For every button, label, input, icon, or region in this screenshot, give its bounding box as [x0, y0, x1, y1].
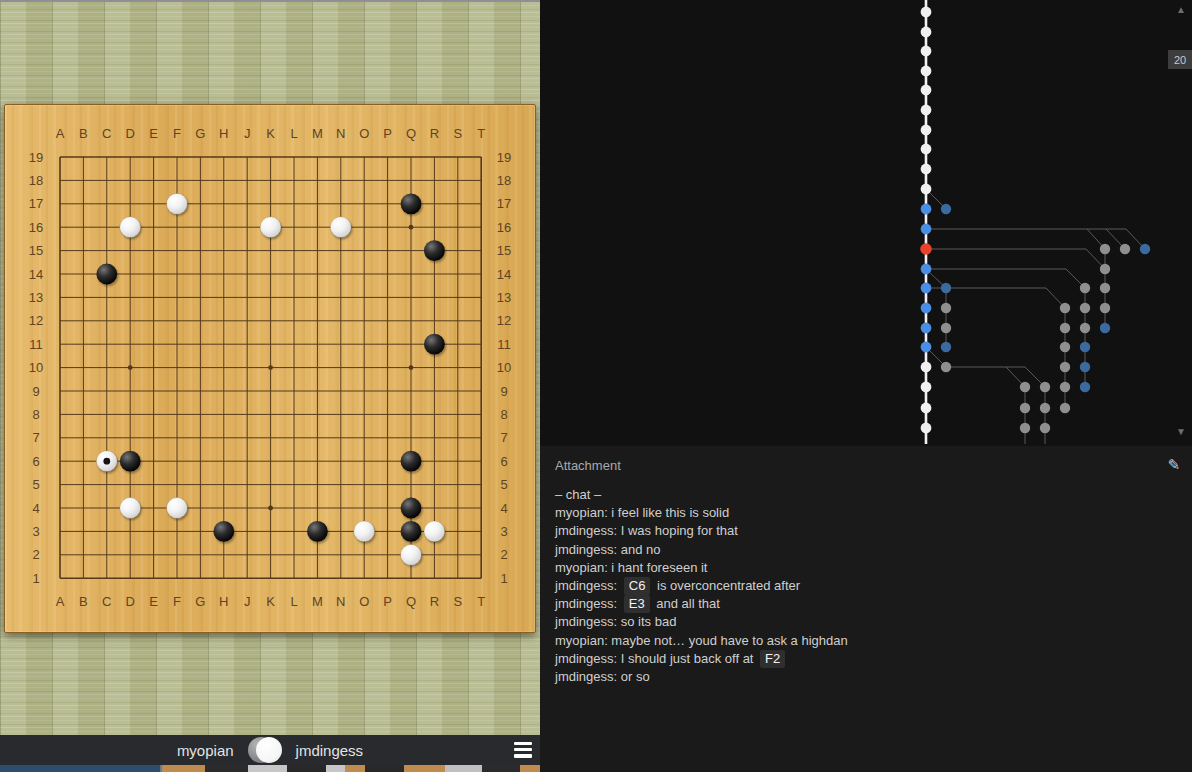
- tree-node-main[interactable]: [921, 224, 932, 235]
- coord-label: 17: [29, 196, 43, 211]
- coord-label: 17: [497, 196, 511, 211]
- coord-label: J: [244, 594, 251, 609]
- stone-black-c14: [96, 264, 117, 285]
- menu-bar: [514, 748, 532, 751]
- tree-node-variation[interactable]: [1020, 423, 1030, 433]
- chat-text: and all that: [653, 596, 720, 611]
- go-review-app: AABBCCDDEEFFGGHHJJKKLLMMNNOOPPQQRRSSTT19…: [0, 0, 1192, 772]
- chat-text: jmdingess: so its bad: [555, 614, 676, 629]
- tree-node-variation[interactable]: [1100, 244, 1110, 254]
- coord-label: 2: [32, 547, 39, 562]
- menu-bar: [514, 742, 532, 745]
- tree-node-variation[interactable]: [1040, 423, 1050, 433]
- tree-node-main[interactable]: [921, 403, 932, 414]
- star-point: [409, 225, 414, 230]
- coord-label: 8: [32, 407, 39, 422]
- tree-node-main[interactable]: [921, 144, 932, 155]
- tree-node-main[interactable]: [921, 362, 932, 373]
- chat-text: jmdingess: I was hoping for that: [555, 523, 738, 538]
- coord-label: 11: [497, 337, 511, 352]
- coord-label: 6: [500, 454, 507, 469]
- tree-node-variation[interactable]: [941, 303, 951, 313]
- chat-message: jmdingess: so its bad: [555, 613, 1182, 631]
- stone-white-r3: [424, 521, 445, 542]
- coord-label: 1: [32, 571, 39, 586]
- coord-label: 6: [32, 454, 39, 469]
- coord-label: J: [244, 126, 251, 141]
- stone-black-q17: [401, 193, 422, 214]
- coord-label: M: [312, 126, 323, 141]
- coord-label: R: [430, 126, 439, 141]
- star-point: [409, 365, 414, 370]
- coord-label: 14: [29, 267, 43, 282]
- tree-node-main[interactable]: [921, 7, 932, 18]
- attachment-header: Attachment ✎: [555, 456, 1180, 474]
- stone-black-d6: [120, 451, 141, 472]
- coord-label: G: [195, 126, 205, 141]
- coord-label: 13: [497, 290, 511, 305]
- tree-node-main[interactable]: [921, 164, 932, 175]
- chat-message: jmdingess: and no: [555, 541, 1182, 559]
- stone-black-q6: [401, 451, 422, 472]
- coord-label: 19: [29, 150, 43, 165]
- white-stone-icon: [256, 737, 282, 763]
- coord-label: 10: [497, 360, 511, 375]
- coord-link[interactable]: F2: [760, 650, 785, 668]
- tree-node-main[interactable]: [921, 46, 932, 57]
- tree-node-main[interactable]: [921, 323, 932, 334]
- coord-label: C: [102, 126, 111, 141]
- chat-text: jmdingess: or so: [555, 669, 650, 684]
- chat-divider: – chat –: [555, 486, 1182, 504]
- chat-message: jmdingess: I should just back off at F2: [555, 650, 1182, 668]
- stone-black-q3: [401, 521, 422, 542]
- coord-label: K: [266, 594, 275, 609]
- chat-panel: Attachment ✎ – chat –myopian: i feel lik…: [540, 446, 1192, 772]
- coord-label: A: [56, 594, 65, 609]
- stone-black-q4: [401, 498, 422, 519]
- coord-label: H: [219, 126, 228, 141]
- tree-node-variation[interactable]: [1060, 362, 1070, 372]
- tree-node-main[interactable]: [921, 27, 932, 38]
- menu-icon[interactable]: [514, 742, 532, 758]
- coord-label: 9: [500, 384, 507, 399]
- tree-node-variation[interactable]: [941, 283, 951, 293]
- tree-node-variation[interactable]: [941, 204, 951, 214]
- background-shelf-strip: [0, 765, 540, 772]
- tree-node-main[interactable]: [921, 342, 932, 353]
- coord-label: H: [219, 594, 228, 609]
- chat-message: jmdingess: I was hoping for that: [555, 522, 1182, 540]
- coord-label: 1: [500, 571, 507, 586]
- stone-white-d16: [120, 217, 141, 238]
- chat-message: jmdingess: or so: [555, 668, 1182, 686]
- stone-black-h3: [213, 521, 234, 542]
- stone-black-m3: [307, 521, 328, 542]
- attachment-title: Attachment: [555, 458, 621, 473]
- coord-label: R: [430, 594, 439, 609]
- coord-label: 13: [29, 290, 43, 305]
- coord-label: 9: [32, 384, 39, 399]
- coord-label: T: [477, 594, 485, 609]
- last-move-marker: [103, 458, 110, 465]
- tree-node-variation[interactable]: [1060, 342, 1070, 352]
- star-point: [128, 365, 133, 370]
- coord-label: 7: [500, 430, 507, 445]
- coord-link[interactable]: E3: [624, 595, 650, 613]
- coord-label: N: [336, 594, 345, 609]
- stone-white-d4: [120, 498, 141, 519]
- coord-label: M: [312, 594, 323, 609]
- tree-node-main[interactable]: [921, 264, 932, 275]
- coord-link[interactable]: C6: [624, 577, 651, 595]
- tree-node-variation[interactable]: [1060, 303, 1070, 313]
- tree-node-main[interactable]: [921, 204, 932, 215]
- coord-label: 7: [32, 430, 39, 445]
- tree-node-variation[interactable]: [1080, 283, 1090, 293]
- coord-label: 15: [497, 243, 511, 258]
- tree-node-variation[interactable]: [941, 362, 951, 372]
- coord-label: F: [173, 126, 181, 141]
- chat-message: myopian: maybe not… youd have to ask a h…: [555, 632, 1182, 650]
- coord-label: P: [383, 126, 392, 141]
- stone-white-o3: [354, 521, 375, 542]
- tree-node-variation[interactable]: [1040, 403, 1050, 413]
- menu-bar: [514, 754, 532, 757]
- coord-label: 19: [497, 150, 511, 165]
- coord-label: L: [290, 126, 297, 141]
- coord-label: 8: [500, 407, 507, 422]
- tree-node-variation[interactable]: [1080, 323, 1090, 333]
- chat-text: jmdingess: I should just back off at: [555, 651, 757, 666]
- chat-text: myopian: i feel like this is solid: [555, 505, 729, 520]
- top-strip: [0, 0, 540, 2]
- coord-label: D: [126, 594, 135, 609]
- chat-text: jmdingess:: [555, 578, 621, 593]
- chat-text: jmdingess: and no: [555, 542, 661, 557]
- tree-node-variation[interactable]: [1100, 264, 1110, 274]
- coord-label: 5: [500, 477, 507, 492]
- coord-label: B: [79, 126, 88, 141]
- coord-label: F: [173, 594, 181, 609]
- tree-node-variation[interactable]: [1020, 382, 1030, 392]
- coord-label: 10: [29, 360, 43, 375]
- stone-white-f4: [167, 498, 188, 519]
- edit-pencil-icon[interactable]: ✎: [1167, 456, 1180, 474]
- chat-text: is overconcentrated after: [653, 578, 800, 593]
- tree-node-variation[interactable]: [941, 323, 951, 333]
- stone-white-k16: [260, 217, 281, 238]
- tree-node-variation[interactable]: [941, 342, 951, 352]
- chat-message: jmdingess: E3 and all that: [555, 595, 1182, 613]
- coord-label: B: [79, 594, 88, 609]
- coord-label: 16: [497, 220, 511, 235]
- tree-node-variation[interactable]: [1060, 403, 1070, 413]
- tree-node-variation[interactable]: [1080, 303, 1090, 313]
- coord-label: 3: [32, 524, 39, 539]
- tree-node-variation[interactable]: [1080, 382, 1090, 392]
- tree-node-main[interactable]: [921, 283, 932, 294]
- tree-node-main[interactable]: [921, 85, 932, 96]
- star-point: [268, 365, 273, 370]
- coord-label: 12: [29, 313, 43, 328]
- coord-label: A: [56, 126, 65, 141]
- coord-label: 15: [29, 243, 43, 258]
- chat-text: jmdingess:: [555, 596, 621, 611]
- tree-node-variation[interactable]: [1120, 244, 1130, 254]
- tree-node-variation[interactable]: [1020, 403, 1030, 413]
- tree-node-variation[interactable]: [1140, 244, 1150, 254]
- tree-node-variation[interactable]: [1100, 303, 1110, 313]
- coord-label: 18: [497, 173, 511, 188]
- tree-node-main[interactable]: [921, 105, 932, 116]
- move-tree-svg: [540, 0, 1192, 446]
- coord-label: 18: [29, 173, 43, 188]
- side-panel: ▲ 20 ▼ Attachment ✎ – chat –myopian: i f…: [540, 0, 1192, 772]
- coord-label: S: [453, 126, 462, 141]
- coord-label: E: [149, 126, 158, 141]
- goban-panel: AABBCCDDEEFFGGHHJJKKLLMMNNOOPPQQRRSSTT19…: [0, 0, 540, 772]
- coord-label: 4: [32, 501, 39, 516]
- star-point: [268, 506, 273, 511]
- tree-node-variation[interactable]: [1080, 362, 1090, 372]
- coord-label: 2: [500, 547, 507, 562]
- coord-label: Q: [406, 594, 416, 609]
- player-bar: myopian jmdingess: [0, 735, 540, 765]
- coord-label: D: [126, 126, 135, 141]
- tree-node-main[interactable]: [921, 66, 932, 77]
- stone-white-n16: [330, 217, 351, 238]
- stone-black-r11: [424, 334, 445, 355]
- tree-node-main[interactable]: [921, 125, 932, 136]
- tree-node-variation[interactable]: [1100, 283, 1110, 293]
- coord-label: 12: [497, 313, 511, 328]
- coord-label: 5: [32, 477, 39, 492]
- coord-label: L: [290, 594, 297, 609]
- tree-node-main[interactable]: [921, 382, 932, 393]
- coord-label: 3: [500, 524, 507, 539]
- tree-node-variation[interactable]: [1060, 323, 1070, 333]
- right-player-name[interactable]: jmdingess: [286, 742, 374, 759]
- coord-label: C: [102, 594, 111, 609]
- coord-label: T: [477, 126, 485, 141]
- board-svg: AABBCCDDEEFFGGHHJJKKLLMMNNOOPPQQRRSSTT19…: [5, 105, 535, 632]
- move-tree[interactable]: ▲ 20 ▼: [540, 0, 1192, 446]
- coord-label: E: [149, 594, 158, 609]
- chat-message: myopian: i feel like this is solid: [555, 504, 1182, 522]
- stone-white-q2: [401, 544, 422, 565]
- coord-label: 11: [29, 337, 43, 352]
- stone-black-r15: [424, 240, 445, 261]
- coord-label: K: [266, 126, 275, 141]
- coord-label: G: [195, 594, 205, 609]
- left-player-name[interactable]: myopian: [167, 742, 244, 759]
- coord-label: 14: [497, 267, 511, 282]
- tree-node-variation[interactable]: [1040, 382, 1050, 392]
- coord-label: P: [383, 594, 392, 609]
- coord-label: 16: [29, 220, 43, 235]
- stone-white-f17: [167, 193, 188, 214]
- coord-label: Q: [406, 126, 416, 141]
- coord-label: 4: [500, 501, 507, 516]
- tree-node-main[interactable]: [921, 184, 932, 195]
- coord-label: O: [359, 594, 369, 609]
- chat-message: myopian: i hant foreseen it: [555, 559, 1182, 577]
- tree-node-main[interactable]: [921, 303, 932, 314]
- coord-label: N: [336, 126, 345, 141]
- tree-node-main[interactable]: [921, 423, 932, 434]
- tree-node-variation[interactable]: [1060, 382, 1070, 392]
- chat-message: jmdingess: C6 is overconcentrated after: [555, 577, 1182, 595]
- tree-node-current[interactable]: [920, 243, 932, 255]
- coord-label: O: [359, 126, 369, 141]
- coord-label: S: [453, 594, 462, 609]
- tree-node-variation[interactable]: [1100, 323, 1110, 333]
- chat-text: myopian: maybe not… youd have to ask a h…: [555, 633, 848, 648]
- tree-node-variation[interactable]: [1080, 342, 1090, 352]
- chat-log: – chat –myopian: i feel like this is sol…: [555, 486, 1182, 686]
- chat-text: myopian: i hant foreseen it: [555, 560, 707, 575]
- color-toggle[interactable]: [248, 737, 282, 763]
- go-board[interactable]: AABBCCDDEEFFGGHHJJKKLLMMNNOOPPQQRRSSTT19…: [4, 104, 536, 633]
